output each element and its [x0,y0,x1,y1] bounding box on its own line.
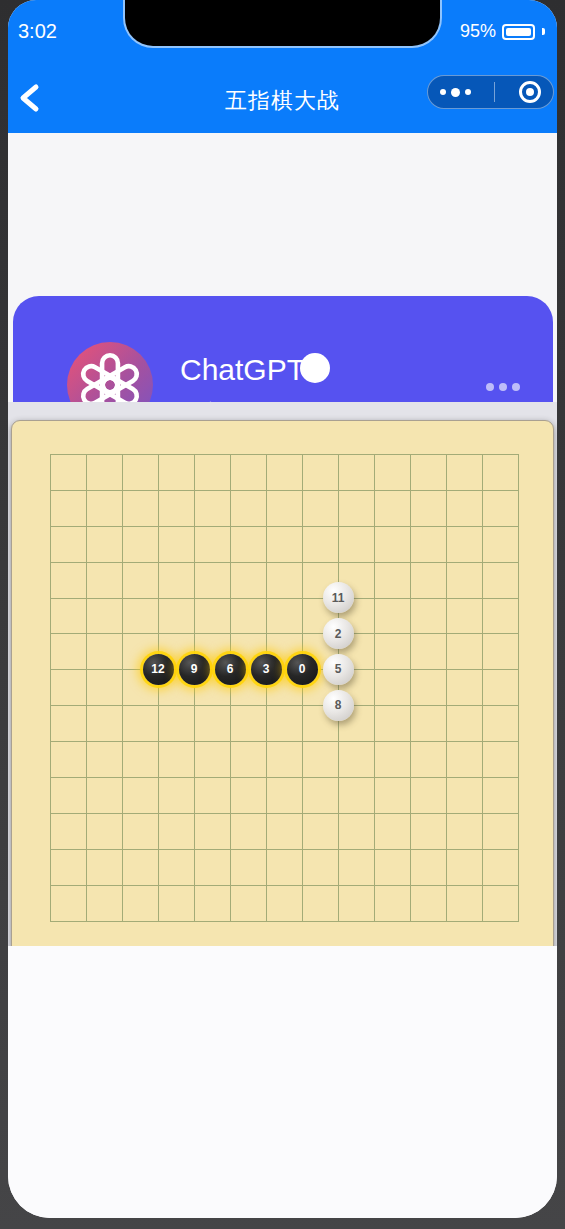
white-stone-8: 8 [323,690,354,721]
white-stone-badge [300,353,330,383]
gomoku-board[interactable]: 12963011258 [11,420,554,970]
black-stone-9: 9 [179,654,210,685]
black-stone-3: 3 [251,654,282,685]
bottom-section: 陶人 黑方 Yuucn.com [8,946,557,1218]
battery-icon [502,24,535,40]
top-section: ChatGPT 白方 [8,133,557,402]
black-stone-12: 12 [143,654,174,685]
battery-indicator: 95% [460,21,545,42]
board-section: 12963011258 [8,402,557,946]
black-stone-0: 0 [287,654,318,685]
miniprogram-capsule [427,75,554,109]
black-stone-6: 6 [215,654,246,685]
player-more-button[interactable] [486,383,520,391]
white-stone-5: 5 [323,654,354,685]
white-stone-2: 2 [323,618,354,649]
white-stone-11: 11 [323,582,354,613]
battery-percent: 95% [460,21,496,42]
stones-layer: 12963011258 [50,454,519,922]
more-menu-button[interactable] [440,88,471,97]
close-circle-button[interactable] [519,81,541,103]
phone-frame: 3:02 95% 五指棋大战 [0,0,565,1229]
app-screen: 3:02 95% 五指棋大战 [8,0,557,1218]
top-bar: 3:02 95% 五指棋大战 [8,0,557,133]
white-player-name: ChatGPT [180,353,305,387]
phone-notch [125,0,440,46]
status-time: 3:02 [18,20,57,43]
